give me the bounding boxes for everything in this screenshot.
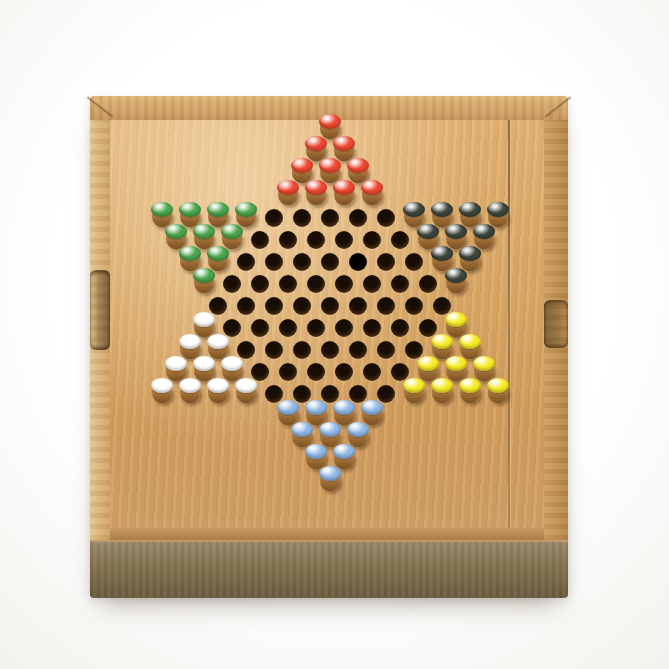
- peg-board: [110, 120, 544, 528]
- peg-cap: [305, 400, 327, 415]
- peg-cap: [193, 356, 215, 371]
- peg-cap: [431, 246, 453, 261]
- hole[interactable]: [321, 209, 339, 227]
- hole[interactable]: [279, 275, 297, 293]
- hole[interactable]: [321, 341, 339, 359]
- peg-white[interactable]: [151, 378, 173, 405]
- hole[interactable]: [223, 275, 241, 293]
- peg-cap: [403, 202, 425, 217]
- hole[interactable]: [307, 231, 325, 249]
- hole[interactable]: [335, 275, 353, 293]
- hole-deep[interactable]: [349, 253, 367, 271]
- peg-cap: [431, 334, 453, 349]
- peg-blue[interactable]: [319, 466, 341, 493]
- peg-red[interactable]: [333, 180, 355, 207]
- left-finger-notch: [90, 270, 110, 350]
- peg-cap: [179, 246, 201, 261]
- peg-yellow[interactable]: [459, 378, 481, 405]
- peg-yellow[interactable]: [403, 378, 425, 405]
- hole[interactable]: [265, 209, 283, 227]
- peg-cap: [207, 378, 229, 393]
- peg-cap: [277, 180, 299, 195]
- photo-background: [0, 0, 669, 669]
- hole[interactable]: [335, 363, 353, 381]
- corner-joint: [545, 96, 571, 117]
- peg-cap: [207, 202, 229, 217]
- peg-cap: [445, 268, 467, 283]
- peg-cap: [319, 466, 341, 481]
- hole[interactable]: [293, 341, 311, 359]
- hole[interactable]: [391, 319, 409, 337]
- peg-cap: [417, 356, 439, 371]
- peg-cap: [319, 114, 341, 129]
- hole[interactable]: [335, 231, 353, 249]
- peg-red[interactable]: [277, 180, 299, 207]
- hole[interactable]: [349, 297, 367, 315]
- hole[interactable]: [377, 297, 395, 315]
- hole[interactable]: [377, 253, 395, 271]
- hole[interactable]: [279, 319, 297, 337]
- peg-cap: [459, 334, 481, 349]
- peg-cap: [277, 400, 299, 415]
- peg-cap: [235, 378, 257, 393]
- peg-cap: [361, 180, 383, 195]
- hole[interactable]: [321, 253, 339, 271]
- hole[interactable]: [321, 297, 339, 315]
- hole[interactable]: [307, 319, 325, 337]
- peg-cap: [207, 334, 229, 349]
- hole[interactable]: [349, 209, 367, 227]
- peg-yellow[interactable]: [431, 378, 453, 405]
- hole[interactable]: [419, 275, 437, 293]
- peg-green[interactable]: [193, 268, 215, 295]
- peg-cap: [459, 378, 481, 393]
- hole[interactable]: [307, 363, 325, 381]
- peg-cap: [165, 356, 187, 371]
- peg-cap: [333, 180, 355, 195]
- peg-cap: [361, 400, 383, 415]
- peg-cap: [221, 224, 243, 239]
- peg-red[interactable]: [361, 180, 383, 207]
- peg-cap: [235, 202, 257, 217]
- hole[interactable]: [363, 319, 381, 337]
- peg-cap: [445, 224, 467, 239]
- hole[interactable]: [391, 275, 409, 293]
- hole[interactable]: [251, 231, 269, 249]
- hole[interactable]: [293, 253, 311, 271]
- peg-cap: [193, 224, 215, 239]
- peg-cap: [221, 356, 243, 371]
- hole[interactable]: [265, 253, 283, 271]
- peg-cap: [445, 356, 467, 371]
- box-left-wall: [90, 120, 112, 540]
- peg-cap: [165, 224, 187, 239]
- peg-white[interactable]: [235, 378, 257, 405]
- peg-cap: [333, 444, 355, 459]
- peg-white[interactable]: [207, 378, 229, 405]
- hole[interactable]: [377, 209, 395, 227]
- peg-cap: [305, 136, 327, 151]
- peg-cap: [431, 202, 453, 217]
- peg-cap: [487, 202, 509, 217]
- peg-cap: [207, 246, 229, 261]
- peg-cap: [459, 202, 481, 217]
- peg-cap: [347, 158, 369, 173]
- peg-cap: [403, 378, 425, 393]
- hole[interactable]: [405, 297, 423, 315]
- corner-joint: [87, 96, 113, 117]
- hole[interactable]: [377, 341, 395, 359]
- board-surface: [110, 120, 544, 528]
- hole[interactable]: [237, 253, 255, 271]
- box-front-wall: [90, 540, 568, 598]
- hole[interactable]: [363, 231, 381, 249]
- peg-yellow[interactable]: [487, 378, 509, 405]
- peg-cap: [333, 400, 355, 415]
- peg-cap: [193, 268, 215, 283]
- hole[interactable]: [349, 341, 367, 359]
- peg-cap: [417, 224, 439, 239]
- peg-cap: [487, 378, 509, 393]
- hole[interactable]: [363, 275, 381, 293]
- hole[interactable]: [293, 209, 311, 227]
- hole[interactable]: [265, 297, 283, 315]
- hole[interactable]: [279, 231, 297, 249]
- peg-cap: [193, 312, 215, 327]
- right-finger-notch: [544, 300, 568, 348]
- hole[interactable]: [405, 253, 423, 271]
- peg-cap: [459, 246, 481, 261]
- hole[interactable]: [251, 319, 269, 337]
- hole[interactable]: [279, 363, 297, 381]
- board-front-edge: [110, 528, 544, 540]
- hole[interactable]: [391, 231, 409, 249]
- peg-white[interactable]: [179, 378, 201, 405]
- hole[interactable]: [251, 275, 269, 293]
- peg-cap: [431, 378, 453, 393]
- hole[interactable]: [307, 275, 325, 293]
- peg-cap: [319, 422, 341, 437]
- peg-cap: [151, 202, 173, 217]
- peg-cap: [305, 444, 327, 459]
- peg-cap: [333, 136, 355, 151]
- peg-cap: [319, 158, 341, 173]
- peg-cap: [305, 180, 327, 195]
- hole[interactable]: [265, 341, 283, 359]
- peg-cap: [179, 378, 201, 393]
- peg-cap: [473, 224, 495, 239]
- peg-red[interactable]: [305, 180, 327, 207]
- game-box: [90, 96, 568, 596]
- peg-cap: [291, 158, 313, 173]
- peg-cap: [291, 422, 313, 437]
- peg-cap: [347, 422, 369, 437]
- box-right-wall: [542, 120, 568, 540]
- hole[interactable]: [237, 297, 255, 315]
- hole[interactable]: [363, 363, 381, 381]
- hole[interactable]: [293, 297, 311, 315]
- peg-black[interactable]: [445, 268, 467, 295]
- peg-cap: [473, 356, 495, 371]
- hole[interactable]: [335, 319, 353, 337]
- peg-cap: [179, 334, 201, 349]
- peg-cap: [151, 378, 173, 393]
- peg-cap: [179, 202, 201, 217]
- peg-cap: [445, 312, 467, 327]
